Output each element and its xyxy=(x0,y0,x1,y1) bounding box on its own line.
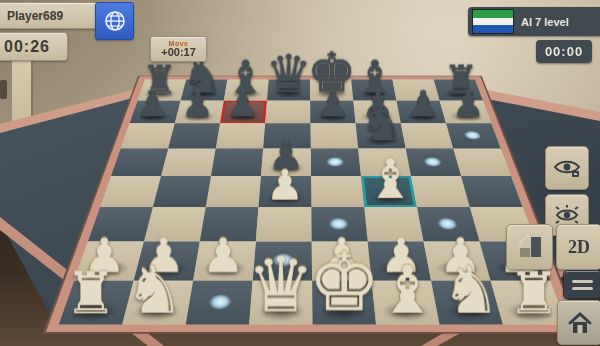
piece-white-knight[interactable]: ♞ xyxy=(441,257,500,323)
square-b4[interactable] xyxy=(153,176,211,207)
piece-white-pawn[interactable]: ♟ xyxy=(266,163,304,205)
piece-white-pawn[interactable]: ♟ xyxy=(202,231,245,278)
piece-black-queen[interactable]: ♛ xyxy=(265,48,311,100)
square-a7[interactable]: ♟ xyxy=(130,100,181,123)
square-a5[interactable] xyxy=(111,148,168,176)
home-icon xyxy=(567,310,593,336)
view-angle-icon xyxy=(514,232,546,262)
piece-white-knight[interactable]: ♞ xyxy=(125,257,184,323)
white-player-name-bar: Player689 xyxy=(0,2,100,29)
toggle-2d-label: 2D xyxy=(568,237,590,258)
globe-icon xyxy=(103,9,127,33)
square-d8[interactable]: ♛ xyxy=(267,80,310,101)
square-e1[interactable]: ♚ xyxy=(312,280,376,324)
square-d4[interactable]: ♟ xyxy=(259,176,312,207)
menu-button[interactable] xyxy=(563,270,600,299)
piece-black-knight[interactable]: ♞ xyxy=(360,98,404,147)
view-angle-button[interactable] xyxy=(506,224,553,270)
home-button[interactable] xyxy=(557,300,600,345)
ai-flag-icon xyxy=(472,9,514,34)
piece-white-bishop[interactable]: ♝ xyxy=(378,257,437,323)
piece-black-pawn[interactable]: ♟ xyxy=(136,86,168,122)
square-c4[interactable] xyxy=(206,176,261,207)
square-a6[interactable] xyxy=(121,123,175,148)
square-b7[interactable]: ♟ xyxy=(175,100,224,123)
square-b6[interactable] xyxy=(168,123,220,148)
piece-white-queen[interactable]: ♛ xyxy=(247,247,315,323)
square-h5[interactable] xyxy=(453,148,511,176)
toggle-2d-button[interactable]: 2D xyxy=(556,224,600,270)
piece-black-pawn[interactable]: ♟ xyxy=(181,86,213,122)
ai-player-bar: AI 7 level xyxy=(468,7,600,36)
piece-white-rook[interactable]: ♜ xyxy=(508,264,560,322)
square-f6[interactable]: ♞ xyxy=(356,123,406,148)
square-h4[interactable] xyxy=(461,176,523,207)
square-b1[interactable]: ♞ xyxy=(122,280,193,324)
square-f4[interactable]: ♝ xyxy=(361,176,417,207)
piece-white-king[interactable]: ♚ xyxy=(308,242,381,323)
piece-black-pawn[interactable]: ♟ xyxy=(227,86,259,122)
square-a4[interactable] xyxy=(100,176,161,207)
piece-black-pawn[interactable]: ♟ xyxy=(452,86,484,122)
white-player-name: Player689 xyxy=(7,9,63,23)
ai-clock-value: 00:00 xyxy=(545,44,583,59)
menu-icon xyxy=(572,280,593,283)
piece-black-pawn[interactable]: ♟ xyxy=(317,86,349,122)
move-timer: Move +00:17 xyxy=(150,36,207,62)
square-h7[interactable]: ♟ xyxy=(440,100,492,123)
square-e6[interactable] xyxy=(310,123,358,148)
square-c5[interactable] xyxy=(211,148,263,176)
square-e7[interactable]: ♟ xyxy=(310,100,355,123)
piece-white-bishop[interactable]: ♝ xyxy=(366,151,415,206)
square-d1[interactable]: ♛ xyxy=(249,280,312,324)
square-g6[interactable] xyxy=(401,123,453,148)
square-g1[interactable]: ♞ xyxy=(431,280,503,324)
square-d7[interactable] xyxy=(265,100,310,123)
square-f1[interactable]: ♝ xyxy=(372,280,440,324)
white-clock-value: 00:26 xyxy=(4,38,50,56)
eye-threats-icon xyxy=(552,154,582,182)
square-h1[interactable]: ♜ xyxy=(491,280,567,324)
game-scene: ♜♞♝♛♚♝♜♟♟♟♟♟♟♟♞♟♟♝♟♟♟♟♟♟♟♜♞♛♚♝♞♜ Player6… xyxy=(0,0,600,346)
background-door xyxy=(12,52,33,154)
square-b5[interactable] xyxy=(161,148,216,176)
square-e5[interactable] xyxy=(311,148,361,176)
board[interactable]: ♜♞♝♛♚♝♜♟♟♟♟♟♟♟♞♟♟♝♟♟♟♟♟♟♟♜♞♛♚♝♞♜ xyxy=(46,76,580,332)
square-e4[interactable] xyxy=(311,176,364,207)
square-g4[interactable] xyxy=(411,176,470,207)
square-a1[interactable]: ♜ xyxy=(59,280,134,324)
square-c7[interactable]: ♟ xyxy=(220,100,267,123)
square-d3[interactable] xyxy=(256,207,312,242)
piece-black-pawn[interactable]: ♟ xyxy=(407,86,439,122)
show-threats-button[interactable] xyxy=(545,146,589,190)
square-h6[interactable] xyxy=(446,123,501,148)
door-handle xyxy=(0,80,7,99)
move-timer-value: +00:17 xyxy=(161,47,196,58)
square-c1[interactable] xyxy=(186,280,253,324)
ai-player-name: AI 7 level xyxy=(521,16,569,28)
square-c6[interactable] xyxy=(216,123,265,148)
globe-button[interactable] xyxy=(95,2,134,40)
white-clock: 00:26 xyxy=(0,32,68,61)
piece-white-rook[interactable]: ♜ xyxy=(65,264,117,322)
ai-clock: 00:00 xyxy=(536,40,592,63)
